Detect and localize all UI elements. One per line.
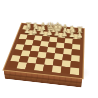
- chess-piece-white-pawn: ♟: [31, 28, 38, 35]
- chess-set-photo: ♜♞♝♛♚♝♞♜♟♟♟♟♟♟♟♟: [0, 0, 98, 98]
- wooden-chess-box: ♜♞♝♛♚♝♞♜♟♟♟♟♟♟♟♟: [4, 23, 84, 78]
- chess-piece-white-pawn: ♟: [69, 31, 76, 39]
- board-square: [70, 67, 79, 75]
- chess-piece-white-pawn: ♟: [39, 29, 46, 37]
- chess-piece-white-pawn: ♟: [53, 30, 60, 38]
- chess-piece-white-pawn: ♟: [76, 32, 83, 40]
- chess-piece-white-pawn: ♟: [24, 27, 31, 34]
- chess-piece-white-pawn: ♟: [61, 31, 68, 39]
- chess-piece-white-pawn: ♟: [46, 29, 53, 37]
